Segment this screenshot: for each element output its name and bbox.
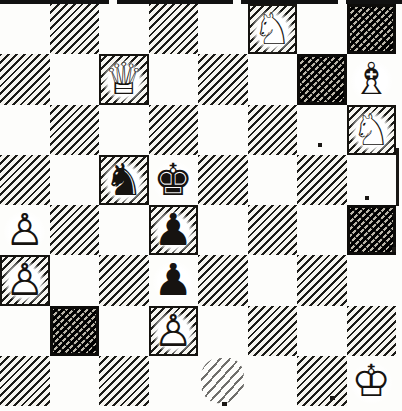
square-d6 xyxy=(149,105,199,155)
square-a3: ♙ xyxy=(0,255,50,305)
square-e2 xyxy=(198,306,248,356)
black-pawn-d4: ♟ xyxy=(151,205,196,255)
square-g4 xyxy=(297,205,347,255)
black-king-d5: ♚ xyxy=(151,155,196,205)
square-e3 xyxy=(198,255,248,305)
square-f5 xyxy=(248,155,298,205)
square-b5 xyxy=(50,155,100,205)
square-e1 xyxy=(198,356,248,406)
square-h3 xyxy=(347,255,397,305)
square-c4 xyxy=(99,205,149,255)
square-c7: ♕ xyxy=(99,54,149,104)
white-king-h1: ♔ xyxy=(349,356,394,406)
black-knight-c5: ♞ xyxy=(101,155,146,205)
square-b4 xyxy=(50,205,100,255)
square-c5: ♞ xyxy=(99,155,149,205)
square-d5: ♚ xyxy=(149,155,199,205)
square-h7: ♗ xyxy=(347,54,397,104)
square-f2 xyxy=(248,306,298,356)
square-b6 xyxy=(50,105,100,155)
square-c1 xyxy=(99,356,149,406)
square-b8 xyxy=(50,4,100,54)
square-h5 xyxy=(347,155,397,205)
square-e4 xyxy=(198,205,248,255)
square-f3 xyxy=(248,255,298,305)
chess-diagram-scan: ♘♕♗♘♞♚♙♟♙♟♙♔ xyxy=(0,0,402,411)
print-speck-2 xyxy=(392,247,396,252)
square-f6 xyxy=(248,105,298,155)
square-g1 xyxy=(297,356,347,406)
square-g8 xyxy=(297,4,347,54)
square-h6: ♘ xyxy=(347,105,397,155)
square-d4: ♟ xyxy=(149,205,199,255)
square-h8 xyxy=(347,4,397,54)
square-f8: ♘ xyxy=(248,4,298,54)
square-a7 xyxy=(0,54,50,104)
chess-board: ♘♕♗♘♞♚♙♟♙♟♙♔ xyxy=(0,4,396,406)
square-a2 xyxy=(0,306,50,356)
square-a6 xyxy=(0,105,50,155)
square-d7 xyxy=(149,54,199,104)
black-pawn-d3: ♟ xyxy=(151,255,196,305)
square-g2 xyxy=(297,306,347,356)
square-b3 xyxy=(50,255,100,305)
white-knight-f8: ♘ xyxy=(250,4,295,54)
square-f4 xyxy=(248,205,298,255)
print-speck-1 xyxy=(396,148,399,206)
white-bishop-h7: ♗ xyxy=(349,54,394,104)
square-d2: ♙ xyxy=(149,306,199,356)
square-h4 xyxy=(347,205,397,255)
square-b7 xyxy=(50,54,100,104)
square-d3: ♟ xyxy=(149,255,199,305)
square-a1 xyxy=(0,356,50,406)
white-pawn-a3: ♙ xyxy=(2,255,47,305)
square-h1: ♔ xyxy=(347,356,397,406)
square-g7 xyxy=(297,54,347,104)
square-a8 xyxy=(0,4,50,54)
square-d1 xyxy=(149,356,199,406)
print-speck-5 xyxy=(318,143,322,147)
square-g5 xyxy=(297,155,347,205)
square-e5 xyxy=(198,155,248,205)
white-pawn-d2: ♙ xyxy=(151,306,196,356)
square-c3 xyxy=(99,255,149,305)
square-b2 xyxy=(50,306,100,356)
square-d8 xyxy=(149,4,199,54)
square-f1 xyxy=(248,356,298,406)
print-speck-3 xyxy=(330,396,335,400)
white-pawn-a4: ♙ xyxy=(2,205,47,255)
square-f7 xyxy=(248,54,298,104)
square-h2 xyxy=(347,306,397,356)
square-e8 xyxy=(198,4,248,54)
white-knight-h6: ♘ xyxy=(349,105,394,155)
square-e6 xyxy=(198,105,248,155)
square-g3 xyxy=(297,255,347,305)
white-queen-c7: ♕ xyxy=(101,54,146,104)
square-a4: ♙ xyxy=(0,205,50,255)
square-c8 xyxy=(99,4,149,54)
print-speck-4 xyxy=(222,402,227,406)
square-e7 xyxy=(198,54,248,104)
square-c2 xyxy=(99,306,149,356)
print-speck-0 xyxy=(365,196,369,200)
square-b1 xyxy=(50,356,100,406)
square-a5 xyxy=(0,155,50,205)
square-g6 xyxy=(297,105,347,155)
square-c6 xyxy=(99,105,149,155)
